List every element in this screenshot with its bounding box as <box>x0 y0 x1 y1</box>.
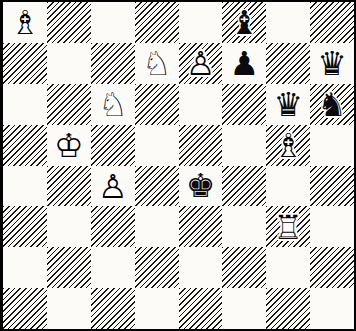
square-a4 <box>3 166 47 207</box>
square-d1 <box>135 288 179 329</box>
square-b3 <box>47 206 91 247</box>
square-b5: ♚♔ <box>47 125 91 166</box>
square-a3 <box>3 206 47 247</box>
black-pawn-f7: ♟ <box>222 43 266 84</box>
square-f2 <box>222 247 266 288</box>
chess-board: ♝♗♝♞♘♟♙♟♛♞♘♛♞♚♔♝♗♟♙♚♜♖ <box>0 0 356 331</box>
square-e7: ♟♙ <box>179 43 223 84</box>
square-c3 <box>91 206 135 247</box>
square-h7: ♛ <box>310 43 354 84</box>
square-h2 <box>310 247 354 288</box>
square-a8: ♝♗ <box>3 2 47 43</box>
square-h5 <box>310 125 354 166</box>
square-g7 <box>266 43 310 84</box>
square-f4 <box>222 166 266 207</box>
square-e4: ♚ <box>179 166 223 207</box>
square-c4: ♟♙ <box>91 166 135 207</box>
square-f8: ♝ <box>222 2 266 43</box>
black-queen-g6: ♛ <box>266 84 310 125</box>
square-h8 <box>310 2 354 43</box>
square-a7 <box>3 43 47 84</box>
square-d5 <box>135 125 179 166</box>
square-c7 <box>91 43 135 84</box>
white-pawn-c4: ♟♙ <box>91 166 135 207</box>
square-g6: ♛ <box>266 84 310 125</box>
square-g5: ♝♗ <box>266 125 310 166</box>
square-f7: ♟ <box>222 43 266 84</box>
square-g8 <box>266 2 310 43</box>
square-a2 <box>3 247 47 288</box>
square-g1 <box>266 288 310 329</box>
square-e6 <box>179 84 223 125</box>
square-a5 <box>3 125 47 166</box>
square-d6 <box>135 84 179 125</box>
square-e5 <box>179 125 223 166</box>
square-d3 <box>135 206 179 247</box>
square-c6: ♞♘ <box>91 84 135 125</box>
square-h3 <box>310 206 354 247</box>
square-g4 <box>266 166 310 207</box>
square-h4 <box>310 166 354 207</box>
square-c1 <box>91 288 135 329</box>
white-knight-c6: ♞♘ <box>91 84 135 125</box>
square-b2 <box>47 247 91 288</box>
black-king-e4: ♚ <box>179 166 223 207</box>
square-d2 <box>135 247 179 288</box>
square-h6: ♞ <box>310 84 354 125</box>
square-e1 <box>179 288 223 329</box>
square-f3 <box>222 206 266 247</box>
white-pawn-e7: ♟♙ <box>179 43 223 84</box>
white-bishop-g5: ♝♗ <box>266 125 310 166</box>
white-king-b5: ♚♔ <box>47 125 91 166</box>
square-b4 <box>47 166 91 207</box>
square-h1 <box>310 288 354 329</box>
white-rook-g3: ♜♖ <box>266 206 310 247</box>
white-knight-d7: ♞♘ <box>135 43 179 84</box>
black-bishop-f8: ♝ <box>222 2 266 43</box>
square-e2 <box>179 247 223 288</box>
square-e3 <box>179 206 223 247</box>
square-f1 <box>222 288 266 329</box>
square-d4 <box>135 166 179 207</box>
square-b7 <box>47 43 91 84</box>
white-bishop-a8: ♝♗ <box>3 2 47 43</box>
square-d8 <box>135 2 179 43</box>
square-c5 <box>91 125 135 166</box>
square-f6 <box>222 84 266 125</box>
black-queen-h7: ♛ <box>310 43 354 84</box>
square-c8 <box>91 2 135 43</box>
chess-diagram: ♝♗♝♞♘♟♙♟♛♞♘♛♞♚♔♝♗♟♙♚♜♖ <box>0 0 356 331</box>
square-f5 <box>222 125 266 166</box>
square-g3: ♜♖ <box>266 206 310 247</box>
square-a6 <box>3 84 47 125</box>
square-g2 <box>266 247 310 288</box>
square-e8 <box>179 2 223 43</box>
square-c2 <box>91 247 135 288</box>
black-knight-h6: ♞ <box>310 84 354 125</box>
square-a1 <box>3 288 47 329</box>
square-d7: ♞♘ <box>135 43 179 84</box>
square-b1 <box>47 288 91 329</box>
square-b6 <box>47 84 91 125</box>
square-b8 <box>47 2 91 43</box>
